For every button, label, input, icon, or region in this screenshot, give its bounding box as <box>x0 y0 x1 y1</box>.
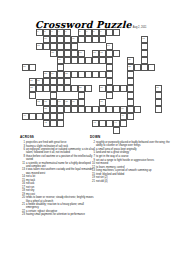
grid-blank <box>64 113 71 120</box>
grid-cell[interactable] <box>148 64 155 71</box>
grid-blank <box>71 29 78 36</box>
grid-blank <box>64 64 71 71</box>
grid-blank <box>50 64 57 71</box>
grid-cell[interactable]: 37 <box>99 99 106 106</box>
grid-cell[interactable]: 43 <box>92 120 99 127</box>
grid-cell[interactable]: 22 <box>127 64 134 71</box>
grid-cell[interactable] <box>29 64 36 71</box>
grid-blank <box>22 50 29 57</box>
grid-blank <box>148 36 155 43</box>
grid-cell[interactable] <box>127 78 134 85</box>
grid-cell[interactable] <box>155 99 162 106</box>
grid-cell[interactable] <box>85 85 92 92</box>
grid-cell[interactable] <box>57 120 64 127</box>
grid-cell[interactable] <box>99 57 106 64</box>
grid-cell[interactable] <box>141 50 148 57</box>
grid-cell[interactable] <box>134 106 141 113</box>
cell-number: 40 <box>23 114 25 116</box>
clue-item: 13it was taken into southern custody and… <box>20 168 94 174</box>
grid-blank <box>120 71 127 78</box>
grid-blank <box>155 113 162 120</box>
grid-blank <box>85 64 92 71</box>
grid-blank <box>106 127 113 134</box>
grid-cell[interactable]: 44 <box>113 120 120 127</box>
cell-number: 29 <box>79 86 81 88</box>
grid-blank <box>50 127 57 134</box>
grid-cell[interactable]: 6 <box>78 29 85 36</box>
grid-blank <box>29 99 36 106</box>
grid-cell[interactable]: 3 <box>50 29 57 36</box>
grid-blank <box>29 57 36 64</box>
grid-blank <box>85 113 92 120</box>
clue-text: those before civil wartime or a position… <box>26 155 94 161</box>
grid-blank <box>99 113 106 120</box>
grid-blank <box>127 29 134 36</box>
grid-cell[interactable] <box>78 57 85 64</box>
grid-cell[interactable] <box>113 50 120 57</box>
grid-cell[interactable] <box>71 43 78 50</box>
cell-number: 10 <box>44 37 46 39</box>
clue-item: 23having small payments for attention to… <box>20 213 94 216</box>
grid-cell[interactable] <box>106 120 113 127</box>
grid-cell[interactable]: 12 <box>141 36 148 43</box>
cell-number: 35 <box>65 100 67 102</box>
cell-number: 31 <box>156 86 158 88</box>
grid-cell[interactable] <box>57 43 64 50</box>
grid-blank <box>148 71 155 78</box>
grid-cell[interactable] <box>99 120 106 127</box>
cell-number: 34 <box>58 100 60 102</box>
grid-cell[interactable] <box>50 78 57 85</box>
grid-cell[interactable] <box>113 127 120 134</box>
grid-cell[interactable] <box>64 50 71 57</box>
grid-cell[interactable] <box>71 106 78 113</box>
grid-cell[interactable] <box>36 113 43 120</box>
grid-cell[interactable] <box>92 57 99 64</box>
grid-cell[interactable] <box>106 64 113 71</box>
grid-cell[interactable]: 15 <box>50 50 57 57</box>
grid-cell[interactable] <box>57 71 64 78</box>
grid-cell[interactable]: 14 <box>106 43 113 50</box>
grid-blank <box>155 43 162 50</box>
grid-cell[interactable] <box>120 85 127 92</box>
grid-blank <box>29 106 36 113</box>
grid-blank <box>92 64 99 71</box>
grid-blank <box>29 71 36 78</box>
clue-item: 8those before civil wartime or a positio… <box>20 155 94 161</box>
grid-cell[interactable] <box>57 106 64 113</box>
grid-cell[interactable] <box>50 106 57 113</box>
grid-blank <box>43 50 50 57</box>
grid-blank <box>106 36 113 43</box>
grid-blank <box>148 99 155 106</box>
grid-cell[interactable] <box>155 106 162 113</box>
grid-cell[interactable] <box>127 113 134 120</box>
cell-number: 30 <box>100 86 102 88</box>
grid-blank <box>29 50 36 57</box>
grid-cell[interactable] <box>78 106 85 113</box>
grid-blank <box>148 29 155 36</box>
grid-blank <box>155 120 162 127</box>
grid-blank <box>43 92 50 99</box>
grid-cell[interactable]: 18 <box>99 50 106 57</box>
grid-cell[interactable] <box>64 106 71 113</box>
grid-blank <box>120 78 127 85</box>
grid-cell[interactable] <box>71 71 78 78</box>
grid-blank <box>99 92 106 99</box>
grid-blank <box>120 64 127 71</box>
cell-number: 38 <box>44 107 46 109</box>
cell-number: 18 <box>100 51 102 53</box>
grid-blank <box>99 127 106 134</box>
grid-cell[interactable]: 13 <box>36 43 43 50</box>
grid-blank <box>57 127 64 134</box>
grid-cell[interactable]: 42 <box>43 120 50 127</box>
grid-cell[interactable] <box>64 78 71 85</box>
grid-blank <box>134 71 141 78</box>
grid-cell[interactable] <box>106 106 113 113</box>
grid-blank <box>134 50 141 57</box>
grid-cell[interactable] <box>50 99 57 106</box>
grid-blank <box>22 57 29 64</box>
grid-blank <box>155 29 162 36</box>
cell-number: 23 <box>44 72 46 74</box>
grid-cell[interactable]: 29 <box>78 85 85 92</box>
grid-cell[interactable] <box>57 113 64 120</box>
clue-text: tends to lower or reverse; steady electr… <box>26 196 94 202</box>
crossword-grid[interactable]: 1234567891011121314151617181920212223242… <box>22 29 162 134</box>
grid-blank <box>148 106 155 113</box>
grid-cell[interactable] <box>85 36 92 43</box>
grid-cell[interactable] <box>50 85 57 92</box>
grid-cell[interactable]: 4 <box>57 29 64 36</box>
grid-blank <box>36 36 43 43</box>
grid-cell[interactable] <box>50 120 57 127</box>
grid-cell[interactable]: 41 <box>120 113 127 120</box>
cell-number: 7 <box>86 30 87 32</box>
grid-blank <box>134 36 141 43</box>
grid-blank <box>22 99 29 106</box>
grid-blank <box>148 127 155 134</box>
grid-cell[interactable] <box>78 36 85 43</box>
grid-cell[interactable] <box>78 99 85 106</box>
grid-cell[interactable]: 1 <box>36 29 43 36</box>
grid-blank <box>141 71 148 78</box>
grid-blank <box>141 85 148 92</box>
grid-cell[interactable] <box>106 85 113 92</box>
clue-text: not old (4) <box>96 180 174 183</box>
grid-cell[interactable] <box>120 120 127 127</box>
grid-blank <box>113 64 120 71</box>
grid-cell[interactable] <box>71 57 78 64</box>
grid-cell[interactable] <box>134 64 141 71</box>
cell-number: 41 <box>121 114 123 116</box>
grid-cell[interactable] <box>78 71 85 78</box>
grid-blank <box>134 92 141 99</box>
grid-cell[interactable] <box>85 57 92 64</box>
grid-cell[interactable]: 39 <box>120 106 127 113</box>
grid-blank <box>78 120 85 127</box>
cell-number: 26 <box>30 79 32 81</box>
grid-blank <box>36 106 43 113</box>
grid-cell[interactable] <box>50 92 57 99</box>
grid-blank <box>92 78 99 85</box>
grid-blank <box>141 113 148 120</box>
grid-cell[interactable] <box>64 85 71 92</box>
grid-blank <box>141 29 148 36</box>
cell-number: 19 <box>58 58 60 60</box>
grid-cell[interactable] <box>50 36 57 43</box>
grid-blank <box>64 127 71 134</box>
cell-number: 21 <box>23 65 25 67</box>
grid-blank <box>78 43 85 50</box>
cell-number: 5 <box>65 30 66 32</box>
grid-cell[interactable]: 5 <box>64 29 71 36</box>
grid-cell[interactable] <box>85 106 92 113</box>
grid-cell[interactable] <box>113 85 120 92</box>
grid-blank <box>148 50 155 57</box>
grid-cell[interactable]: 20 <box>127 57 134 64</box>
grid-cell[interactable]: 33 <box>43 99 50 106</box>
grid-cell[interactable]: 23 <box>43 71 50 78</box>
grid-cell[interactable]: 30 <box>99 85 106 92</box>
grid-cell[interactable]: 27 <box>36 78 43 85</box>
grid-blank <box>92 127 99 134</box>
grid-blank <box>141 99 148 106</box>
grid-blank <box>113 78 120 85</box>
grid-cell[interactable]: 9 <box>99 29 106 36</box>
grid-cell[interactable] <box>127 71 134 78</box>
grid-cell[interactable]: 21 <box>22 64 29 71</box>
grid-blank <box>36 64 43 71</box>
grid-cell[interactable]: 31 <box>155 85 162 92</box>
grid-cell[interactable] <box>43 85 50 92</box>
grid-cell[interactable]: 38 <box>43 106 50 113</box>
grid-cell[interactable]: 8 <box>92 29 99 36</box>
grid-cell[interactable] <box>64 57 71 64</box>
grid-blank <box>85 99 92 106</box>
grid-cell[interactable] <box>99 36 106 43</box>
grid-cell[interactable]: 34 <box>57 99 64 106</box>
grid-cell[interactable] <box>127 92 134 99</box>
grid-blank <box>43 64 50 71</box>
cell-number: 43 <box>93 121 95 123</box>
grid-cell[interactable]: 11 <box>71 36 78 43</box>
grid-cell[interactable] <box>64 36 71 43</box>
down-clues: DOWN 2roughly or purposely placed or bad… <box>90 136 174 183</box>
across-clue-list: 1projectiles are fired with great force3… <box>20 141 94 216</box>
cell-number: 2 <box>44 30 45 32</box>
grid-cell[interactable]: 40 <box>22 113 29 120</box>
cell-number: 28 <box>30 86 32 88</box>
grid-blank <box>148 57 155 64</box>
grid-cell[interactable] <box>99 106 106 113</box>
grid-cell[interactable]: 32 <box>36 99 43 106</box>
grid-cell[interactable]: 17 <box>92 50 99 57</box>
header: Crossword PuzzleAug 2, 2011 <box>35 14 175 28</box>
grid-blank <box>120 99 127 106</box>
grid-cell[interactable] <box>141 64 148 71</box>
grid-blank <box>148 120 155 127</box>
grid-cell[interactable] <box>36 85 43 92</box>
down-clue-list: 2roughly or purposely placed or badly be… <box>90 141 174 183</box>
grid-blank <box>99 64 106 71</box>
grid-cell[interactable] <box>29 113 36 120</box>
grid-cell[interactable] <box>106 71 113 78</box>
grid-cell[interactable] <box>50 113 57 120</box>
grid-blank <box>120 127 127 134</box>
grid-blank <box>92 113 99 120</box>
grid-blank <box>113 57 120 64</box>
grid-cell[interactable] <box>106 50 113 57</box>
grid-blank <box>85 92 92 99</box>
grid-cell[interactable]: 2 <box>43 29 50 36</box>
grid-blank <box>71 127 78 134</box>
grid-blank <box>22 85 29 92</box>
cell-number: 20 <box>128 58 130 60</box>
cell-number: 16 <box>79 51 81 53</box>
clue-text: a feeble disability; reaction to a heavy… <box>26 203 94 209</box>
down-header: DOWN <box>90 136 174 139</box>
grid-cell[interactable] <box>141 43 148 50</box>
grid-cell[interactable]: 28 <box>29 85 36 92</box>
grid-cell[interactable] <box>127 99 134 106</box>
clue-text: it was taken into southern custody and t… <box>26 168 94 174</box>
grid-cell[interactable]: 35 <box>64 99 71 106</box>
grid-cell[interactable]: 25 <box>64 71 71 78</box>
cell-number: 27 <box>37 79 39 81</box>
grid-blank <box>29 29 36 36</box>
grid-blank <box>120 36 127 43</box>
cell-number: 32 <box>37 100 39 102</box>
grid-blank <box>113 99 120 106</box>
grid-blank <box>148 92 155 99</box>
grid-cell[interactable] <box>71 85 78 92</box>
grid-blank <box>127 50 134 57</box>
grid-blank <box>71 113 78 120</box>
grid-cell[interactable] <box>113 29 120 36</box>
grid-cell[interactable]: 16 <box>78 50 85 57</box>
grid-cell[interactable]: 10 <box>43 36 50 43</box>
grid-cell[interactable] <box>127 85 134 92</box>
grid-cell[interactable] <box>43 113 50 120</box>
cell-number: 4 <box>58 30 59 32</box>
grid-cell[interactable] <box>127 106 134 113</box>
grid-blank <box>134 99 141 106</box>
grid-cell[interactable] <box>57 36 64 43</box>
cell-number: 3 <box>51 30 52 32</box>
grid-cell[interactable] <box>106 57 113 64</box>
grid-cell[interactable] <box>43 78 50 85</box>
grid-cell[interactable] <box>92 106 99 113</box>
grid-cell[interactable] <box>141 57 148 64</box>
grid-cell[interactable] <box>106 29 113 36</box>
grid-cell[interactable]: 7 <box>85 29 92 36</box>
grid-blank <box>155 71 162 78</box>
grid-cell[interactable]: 36 <box>71 99 78 106</box>
grid-cell[interactable] <box>99 71 106 78</box>
cell-number: 15 <box>51 51 53 53</box>
grid-cell[interactable] <box>71 50 78 57</box>
grid-blank <box>113 43 120 50</box>
grid-cell[interactable]: 19 <box>57 57 64 64</box>
grid-blank <box>134 85 141 92</box>
grid-blank <box>106 113 113 120</box>
grid-blank <box>36 57 43 64</box>
grid-blank <box>29 43 36 50</box>
grid-blank <box>148 78 155 85</box>
grid-cell[interactable] <box>43 43 50 50</box>
cell-number: 36 <box>72 100 74 102</box>
grid-cell[interactable] <box>85 71 92 78</box>
grid-blank <box>78 127 85 134</box>
grid-cell[interactable]: 26 <box>29 78 36 85</box>
grid-blank <box>29 120 36 127</box>
grid-blank <box>127 127 134 134</box>
grid-blank <box>85 78 92 85</box>
grid-blank <box>71 120 78 127</box>
across-clues: ACROSS 1projectiles are fired with great… <box>20 136 94 217</box>
grid-blank <box>127 120 134 127</box>
grid-blank <box>57 92 64 99</box>
grid-cell[interactable] <box>113 106 120 113</box>
grid-cell[interactable] <box>57 78 64 85</box>
cell-number: 1 <box>37 30 38 32</box>
grid-blank <box>36 71 43 78</box>
cell-number: 11 <box>72 37 74 39</box>
grid-cell[interactable] <box>78 92 85 99</box>
grid-blank <box>22 120 29 127</box>
grid-cell[interactable] <box>106 92 113 99</box>
grid-blank <box>22 106 29 113</box>
grid-blank <box>85 120 92 127</box>
grid-cell[interactable] <box>29 92 36 99</box>
grid-blank <box>85 50 92 57</box>
grid-blank <box>134 113 141 120</box>
grid-blank <box>113 113 120 120</box>
grid-blank <box>113 92 120 99</box>
grid-cell[interactable] <box>155 92 162 99</box>
across-header: ACROSS <box>20 136 94 139</box>
grid-blank <box>36 92 43 99</box>
grid-cell[interactable] <box>57 85 64 92</box>
grid-cell[interactable] <box>57 64 64 71</box>
grid-blank <box>134 127 141 134</box>
grid-cell[interactable] <box>57 50 64 57</box>
grid-blank <box>141 106 148 113</box>
grid-cell[interactable] <box>92 71 99 78</box>
grid-blank <box>92 92 99 99</box>
grid-blank <box>134 43 141 50</box>
cell-number: 17 <box>93 51 95 53</box>
grid-blank <box>50 57 57 64</box>
grid-blank <box>22 29 29 36</box>
grid-blank <box>71 92 78 99</box>
cell-number: 33 <box>44 100 46 102</box>
grid-cell[interactable] <box>64 43 71 50</box>
grid-cell[interactable] <box>50 43 57 50</box>
cell-number: 39 <box>121 107 123 109</box>
grid-cell[interactable] <box>92 36 99 43</box>
grid-cell[interactable] <box>106 78 113 85</box>
grid-blank <box>148 43 155 50</box>
cell-number: 12 <box>142 37 144 39</box>
grid-blank <box>22 36 29 43</box>
grid-blank <box>36 50 43 57</box>
grid-cell[interactable]: 24 <box>50 71 57 78</box>
grid-blank <box>127 43 134 50</box>
cell-number: 42 <box>44 121 46 123</box>
